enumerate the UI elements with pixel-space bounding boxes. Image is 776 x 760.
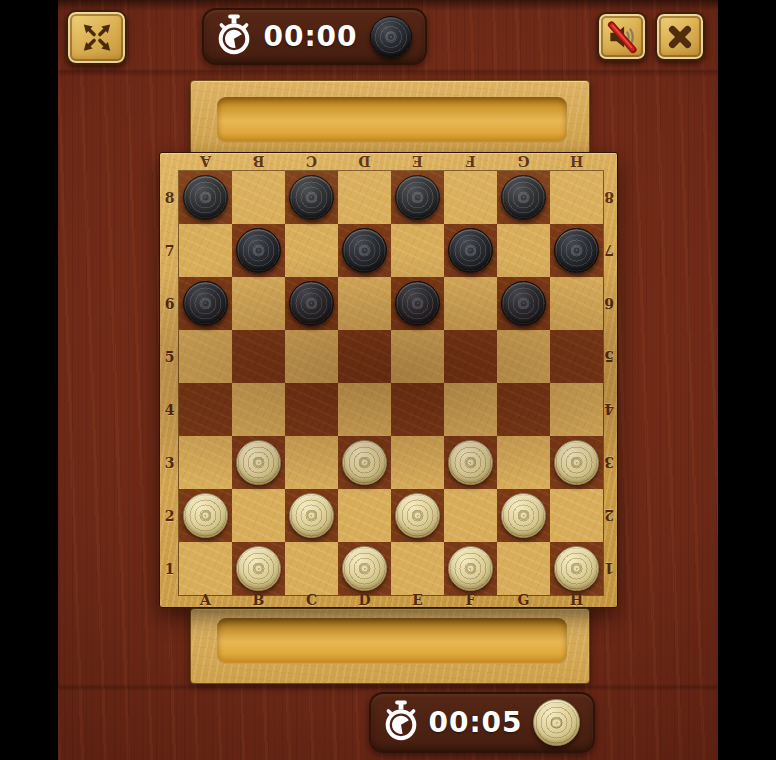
stopwatch-icon [384,700,418,746]
file-label: H [550,153,603,171]
checker-black-b7[interactable] [236,228,281,273]
square-g1[interactable] [497,542,550,595]
square-h1[interactable] [550,542,603,595]
square-h4[interactable] [550,383,603,436]
square-e7[interactable] [391,224,444,277]
square-f8[interactable] [444,171,497,224]
checker-white-g2[interactable] [501,493,546,538]
checker-white-b3[interactable] [236,440,281,485]
square-d8[interactable] [338,171,391,224]
game-root: ABCDEFGH ABCDEFGH 87654321 87654321 [58,0,718,760]
file-label: G [497,153,550,171]
square-d2[interactable] [338,489,391,542]
file-label: C [285,592,338,607]
file-labels-bottom: ABCDEFGH [179,592,603,607]
square-b3[interactable] [232,436,285,489]
square-d1[interactable] [338,542,391,595]
square-h7[interactable] [550,224,603,277]
rank-label: 2 [601,489,617,542]
checkers-board: ABCDEFGH ABCDEFGH 87654321 87654321 [159,152,618,608]
square-a7[interactable] [179,224,232,277]
square-f4[interactable] [444,383,497,436]
checker-black-a6[interactable] [183,281,228,326]
black-player-indicator [370,16,412,58]
square-d3[interactable] [338,436,391,489]
square-a4[interactable] [179,383,232,436]
stopwatch-icon [217,14,251,60]
square-h8[interactable] [550,171,603,224]
tray-groove-top [217,97,567,143]
file-label: E [391,592,444,607]
rank-label: 8 [601,171,617,224]
square-c6[interactable] [285,277,338,330]
checker-black-e8[interactable] [395,175,440,220]
square-e2[interactable] [391,489,444,542]
square-a5[interactable] [179,330,232,383]
checker-black-a8[interactable] [183,175,228,220]
file-label: H [550,592,603,607]
square-g4[interactable] [497,383,550,436]
file-label: B [232,592,285,607]
speaker-muted-icon [604,19,640,55]
square-e1[interactable] [391,542,444,595]
rank-labels-left: 87654321 [160,171,179,595]
square-g3[interactable] [497,436,550,489]
captured-tray-bottom [190,608,590,684]
square-e4[interactable] [391,383,444,436]
square-b7[interactable] [232,224,285,277]
file-label: G [497,592,550,607]
rank-label: 8 [160,171,179,224]
close-x-icon [663,20,697,54]
square-c1[interactable] [285,542,338,595]
file-label: D [338,153,391,171]
checker-black-h7[interactable] [554,228,599,273]
square-d4[interactable] [338,383,391,436]
square-g8[interactable] [497,171,550,224]
rank-label: 7 [160,224,179,277]
checker-black-f7[interactable] [448,228,493,273]
square-f7[interactable] [444,224,497,277]
square-c2[interactable] [285,489,338,542]
file-label: E [391,153,444,171]
square-f6[interactable] [444,277,497,330]
checker-white-e2[interactable] [395,493,440,538]
square-a1[interactable] [179,542,232,595]
square-c7[interactable] [285,224,338,277]
file-label: A [179,592,232,607]
white-player-indicator [533,699,580,746]
checker-black-c8[interactable] [289,175,334,220]
square-e8[interactable] [391,171,444,224]
square-g7[interactable] [497,224,550,277]
checker-white-h1[interactable] [554,546,599,591]
square-c8[interactable] [285,171,338,224]
rank-label: 4 [601,383,617,436]
file-label: F [444,592,497,607]
square-c5[interactable] [285,330,338,383]
mute-button[interactable] [597,12,647,61]
checker-white-f1[interactable] [448,546,493,591]
square-b6[interactable] [232,277,285,330]
checker-white-a2[interactable] [183,493,228,538]
square-h5[interactable] [550,330,603,383]
square-e5[interactable] [391,330,444,383]
square-c3[interactable] [285,436,338,489]
tray-groove-bottom [217,618,567,664]
square-a6[interactable] [179,277,232,330]
rank-label: 3 [160,436,179,489]
square-b1[interactable] [232,542,285,595]
file-labels-top: ABCDEFGH [179,153,603,171]
play-area [179,171,603,595]
square-d6[interactable] [338,277,391,330]
rank-label: 2 [160,489,179,542]
file-label: C [285,153,338,171]
checker-black-e6[interactable] [395,281,440,326]
square-f2[interactable] [444,489,497,542]
file-label: A [179,153,232,171]
captured-tray-top [190,80,590,155]
square-a8[interactable] [179,171,232,224]
checker-black-g8[interactable] [501,175,546,220]
checker-white-d3[interactable] [342,440,387,485]
rank-label: 5 [160,330,179,383]
rank-label: 1 [160,542,179,595]
checker-white-f3[interactable] [448,440,493,485]
square-c4[interactable] [285,383,338,436]
square-a2[interactable] [179,489,232,542]
square-a3[interactable] [179,436,232,489]
rank-label: 7 [601,224,617,277]
square-b4[interactable] [232,383,285,436]
file-label: B [232,153,285,171]
square-d5[interactable] [338,330,391,383]
expand-arrows-icon [77,20,117,55]
square-e6[interactable] [391,277,444,330]
black-timer-panel: 00:00 [202,8,427,65]
rank-label: 3 [601,436,617,489]
checker-black-g6[interactable] [501,281,546,326]
square-h3[interactable] [550,436,603,489]
square-d7[interactable] [338,224,391,277]
rank-label: 6 [601,277,617,330]
rank-label: 1 [601,542,617,595]
file-label: F [444,153,497,171]
rank-label: 6 [160,277,179,330]
black-timer-value: 00:00 [263,20,357,53]
white-timer-value: 00:05 [428,706,522,739]
rank-label: 4 [160,383,179,436]
fullscreen-button[interactable] [66,10,127,65]
file-label: D [338,592,391,607]
square-h6[interactable] [550,277,603,330]
square-f3[interactable] [444,436,497,489]
square-f5[interactable] [444,330,497,383]
square-g5[interactable] [497,330,550,383]
rank-label: 5 [601,330,617,383]
rank-labels-right: 87654321 [601,171,617,595]
checker-white-h3[interactable] [554,440,599,485]
square-g2[interactable] [497,489,550,542]
checker-black-c6[interactable] [289,281,334,326]
close-button[interactable] [655,12,705,61]
square-f1[interactable] [444,542,497,595]
square-b2[interactable] [232,489,285,542]
white-timer-panel: 00:05 [369,692,595,753]
square-e3[interactable] [391,436,444,489]
checker-white-c2[interactable] [289,493,334,538]
checker-white-b1[interactable] [236,546,281,591]
square-g6[interactable] [497,277,550,330]
square-b8[interactable] [232,171,285,224]
checker-white-d1[interactable] [342,546,387,591]
square-b5[interactable] [232,330,285,383]
square-h2[interactable] [550,489,603,542]
checker-black-d7[interactable] [342,228,387,273]
